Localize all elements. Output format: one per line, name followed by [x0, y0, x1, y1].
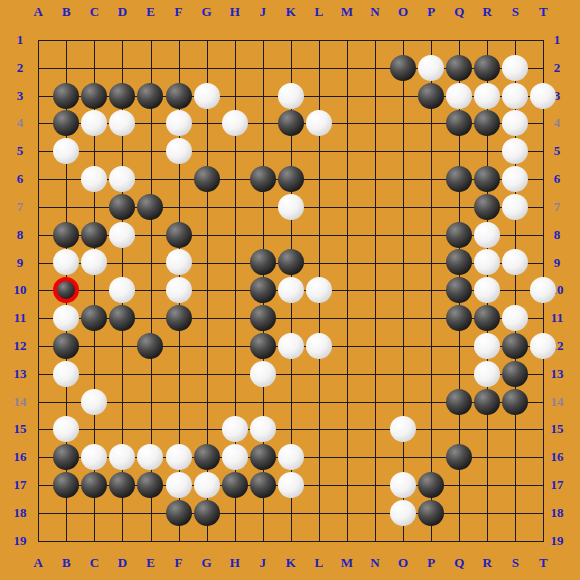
intersection-K3[interactable] [277, 82, 305, 110]
intersection-H15[interactable] [221, 415, 249, 443]
intersection-O14[interactable] [389, 388, 417, 416]
intersection-C4[interactable] [80, 110, 108, 138]
intersection-F19[interactable] [165, 527, 193, 555]
intersection-N7[interactable] [361, 193, 389, 221]
intersection-Q16[interactable] [445, 443, 473, 471]
intersection-F10[interactable] [165, 276, 193, 304]
intersection-G19[interactable] [193, 527, 221, 555]
intersection-T1[interactable] [529, 26, 557, 54]
intersection-G16[interactable] [193, 443, 221, 471]
intersection-Q7[interactable] [445, 193, 473, 221]
intersection-D15[interactable] [108, 415, 136, 443]
intersection-G17[interactable] [193, 471, 221, 499]
intersection-M9[interactable] [333, 249, 361, 277]
intersection-J10[interactable] [249, 276, 277, 304]
intersection-T2[interactable] [529, 54, 557, 82]
intersection-S17[interactable] [501, 471, 529, 499]
intersection-M4[interactable] [333, 110, 361, 138]
intersection-M5[interactable] [333, 137, 361, 165]
intersection-K10[interactable] [277, 276, 305, 304]
intersection-B10[interactable] [52, 276, 80, 304]
intersection-O17[interactable] [389, 471, 417, 499]
intersection-L12[interactable] [305, 332, 333, 360]
intersection-S18[interactable] [501, 499, 529, 527]
intersection-J12[interactable] [249, 332, 277, 360]
intersection-O5[interactable] [389, 137, 417, 165]
intersection-E12[interactable] [136, 332, 164, 360]
intersection-F18[interactable] [165, 499, 193, 527]
intersection-H16[interactable] [221, 443, 249, 471]
intersection-F1[interactable] [165, 26, 193, 54]
intersection-C13[interactable] [80, 360, 108, 388]
intersection-C11[interactable] [80, 304, 108, 332]
intersection-S13[interactable] [501, 360, 529, 388]
intersection-D5[interactable] [108, 137, 136, 165]
intersection-M6[interactable] [333, 165, 361, 193]
intersection-B15[interactable] [52, 415, 80, 443]
intersection-L1[interactable] [305, 26, 333, 54]
intersection-M10[interactable] [333, 276, 361, 304]
intersection-Q5[interactable] [445, 137, 473, 165]
intersection-B17[interactable] [52, 471, 80, 499]
intersection-P1[interactable] [417, 26, 445, 54]
intersection-K15[interactable] [277, 415, 305, 443]
intersection-G13[interactable] [193, 360, 221, 388]
intersection-D6[interactable] [108, 165, 136, 193]
intersection-K13[interactable] [277, 360, 305, 388]
intersection-K14[interactable] [277, 388, 305, 416]
intersection-D4[interactable] [108, 110, 136, 138]
intersection-O9[interactable] [389, 249, 417, 277]
intersection-T4[interactable] [529, 110, 557, 138]
intersection-E3[interactable] [136, 82, 164, 110]
intersection-A7[interactable] [24, 193, 52, 221]
intersection-D16[interactable] [108, 443, 136, 471]
intersection-L4[interactable] [305, 110, 333, 138]
intersection-C14[interactable] [80, 388, 108, 416]
intersection-L2[interactable] [305, 54, 333, 82]
intersection-O18[interactable] [389, 499, 417, 527]
intersection-R2[interactable] [473, 54, 501, 82]
intersection-M17[interactable] [333, 471, 361, 499]
intersection-E14[interactable] [136, 388, 164, 416]
intersection-E18[interactable] [136, 499, 164, 527]
intersection-M18[interactable] [333, 499, 361, 527]
intersection-K8[interactable] [277, 221, 305, 249]
intersection-B7[interactable] [52, 193, 80, 221]
intersection-R12[interactable] [473, 332, 501, 360]
intersection-N17[interactable] [361, 471, 389, 499]
intersection-F3[interactable] [165, 82, 193, 110]
intersection-B11[interactable] [52, 304, 80, 332]
intersection-T5[interactable] [529, 137, 557, 165]
intersection-N15[interactable] [361, 415, 389, 443]
intersection-T19[interactable] [529, 527, 557, 555]
intersection-G18[interactable] [193, 499, 221, 527]
intersection-E13[interactable] [136, 360, 164, 388]
intersection-A6[interactable] [24, 165, 52, 193]
intersection-B13[interactable] [52, 360, 80, 388]
intersection-H4[interactable] [221, 110, 249, 138]
intersection-A17[interactable] [24, 471, 52, 499]
intersection-E17[interactable] [136, 471, 164, 499]
intersection-L19[interactable] [305, 527, 333, 555]
intersection-S8[interactable] [501, 221, 529, 249]
intersection-P11[interactable] [417, 304, 445, 332]
intersection-E19[interactable] [136, 527, 164, 555]
intersection-F13[interactable] [165, 360, 193, 388]
intersection-R7[interactable] [473, 193, 501, 221]
intersection-R14[interactable] [473, 388, 501, 416]
intersection-L7[interactable] [305, 193, 333, 221]
intersection-K1[interactable] [277, 26, 305, 54]
intersection-B5[interactable] [52, 137, 80, 165]
intersection-T16[interactable] [529, 443, 557, 471]
intersection-K19[interactable] [277, 527, 305, 555]
intersection-K2[interactable] [277, 54, 305, 82]
intersection-E16[interactable] [136, 443, 164, 471]
intersection-G1[interactable] [193, 26, 221, 54]
intersection-M16[interactable] [333, 443, 361, 471]
intersection-J13[interactable] [249, 360, 277, 388]
intersection-K17[interactable] [277, 471, 305, 499]
intersection-Q10[interactable] [445, 276, 473, 304]
intersection-H17[interactable] [221, 471, 249, 499]
intersection-Q11[interactable] [445, 304, 473, 332]
intersection-A18[interactable] [24, 499, 52, 527]
intersection-K9[interactable] [277, 249, 305, 277]
intersection-O16[interactable] [389, 443, 417, 471]
intersection-T13[interactable] [529, 360, 557, 388]
intersection-P3[interactable] [417, 82, 445, 110]
intersection-H8[interactable] [221, 221, 249, 249]
intersection-R16[interactable] [473, 443, 501, 471]
intersection-S6[interactable] [501, 165, 529, 193]
intersection-J4[interactable] [249, 110, 277, 138]
intersection-D19[interactable] [108, 527, 136, 555]
intersection-A15[interactable] [24, 415, 52, 443]
intersection-F11[interactable] [165, 304, 193, 332]
intersection-O8[interactable] [389, 221, 417, 249]
intersection-D1[interactable] [108, 26, 136, 54]
intersection-D2[interactable] [108, 54, 136, 82]
intersection-P10[interactable] [417, 276, 445, 304]
intersection-C3[interactable] [80, 82, 108, 110]
intersection-J14[interactable] [249, 388, 277, 416]
intersection-T14[interactable] [529, 388, 557, 416]
intersection-G15[interactable] [193, 415, 221, 443]
intersection-D18[interactable] [108, 499, 136, 527]
intersection-R15[interactable] [473, 415, 501, 443]
intersection-T11[interactable] [529, 304, 557, 332]
intersection-D14[interactable] [108, 388, 136, 416]
intersection-L10[interactable] [305, 276, 333, 304]
intersection-S9[interactable] [501, 249, 529, 277]
intersection-H1[interactable] [221, 26, 249, 54]
intersection-C1[interactable] [80, 26, 108, 54]
intersection-F12[interactable] [165, 332, 193, 360]
intersection-O19[interactable] [389, 527, 417, 555]
intersection-H6[interactable] [221, 165, 249, 193]
intersection-S16[interactable] [501, 443, 529, 471]
intersection-M15[interactable] [333, 415, 361, 443]
intersection-D12[interactable] [108, 332, 136, 360]
intersection-T3[interactable] [529, 82, 557, 110]
intersection-O1[interactable] [389, 26, 417, 54]
intersection-K11[interactable] [277, 304, 305, 332]
intersection-N5[interactable] [361, 137, 389, 165]
intersection-O15[interactable] [389, 415, 417, 443]
intersection-A8[interactable] [24, 221, 52, 249]
intersection-C9[interactable] [80, 249, 108, 277]
intersection-B2[interactable] [52, 54, 80, 82]
intersection-D7[interactable] [108, 193, 136, 221]
intersection-Q19[interactable] [445, 527, 473, 555]
intersection-P2[interactable] [417, 54, 445, 82]
intersection-E5[interactable] [136, 137, 164, 165]
intersection-J11[interactable] [249, 304, 277, 332]
intersection-F14[interactable] [165, 388, 193, 416]
intersection-R8[interactable] [473, 221, 501, 249]
intersection-C2[interactable] [80, 54, 108, 82]
intersection-C17[interactable] [80, 471, 108, 499]
intersection-L9[interactable] [305, 249, 333, 277]
intersection-R3[interactable] [473, 82, 501, 110]
intersection-P14[interactable] [417, 388, 445, 416]
intersection-C19[interactable] [80, 527, 108, 555]
intersection-N6[interactable] [361, 165, 389, 193]
intersection-M8[interactable] [333, 221, 361, 249]
intersection-N9[interactable] [361, 249, 389, 277]
intersection-T8[interactable] [529, 221, 557, 249]
intersection-F7[interactable] [165, 193, 193, 221]
intersection-L18[interactable] [305, 499, 333, 527]
intersection-N3[interactable] [361, 82, 389, 110]
intersection-P8[interactable] [417, 221, 445, 249]
intersection-H19[interactable] [221, 527, 249, 555]
intersection-C15[interactable] [80, 415, 108, 443]
intersection-P9[interactable] [417, 249, 445, 277]
intersection-E4[interactable] [136, 110, 164, 138]
intersection-R1[interactable] [473, 26, 501, 54]
intersection-Q6[interactable] [445, 165, 473, 193]
intersection-J15[interactable] [249, 415, 277, 443]
intersection-B1[interactable] [52, 26, 80, 54]
intersection-Q12[interactable] [445, 332, 473, 360]
intersection-G14[interactable] [193, 388, 221, 416]
intersection-O13[interactable] [389, 360, 417, 388]
intersection-Q8[interactable] [445, 221, 473, 249]
intersection-T6[interactable] [529, 165, 557, 193]
intersection-B9[interactable] [52, 249, 80, 277]
intersection-F8[interactable] [165, 221, 193, 249]
intersection-Q2[interactable] [445, 54, 473, 82]
intersection-H10[interactable] [221, 276, 249, 304]
intersection-L17[interactable] [305, 471, 333, 499]
intersection-L11[interactable] [305, 304, 333, 332]
intersection-A14[interactable] [24, 388, 52, 416]
intersection-F6[interactable] [165, 165, 193, 193]
intersection-S10[interactable] [501, 276, 529, 304]
intersection-J7[interactable] [249, 193, 277, 221]
intersection-L8[interactable] [305, 221, 333, 249]
intersection-G5[interactable] [193, 137, 221, 165]
intersection-A16[interactable] [24, 443, 52, 471]
intersection-R18[interactable] [473, 499, 501, 527]
intersection-D13[interactable] [108, 360, 136, 388]
intersection-C16[interactable] [80, 443, 108, 471]
intersection-R11[interactable] [473, 304, 501, 332]
intersection-L3[interactable] [305, 82, 333, 110]
intersection-P4[interactable] [417, 110, 445, 138]
intersection-D8[interactable] [108, 221, 136, 249]
intersection-F9[interactable] [165, 249, 193, 277]
intersection-O6[interactable] [389, 165, 417, 193]
intersection-Q3[interactable] [445, 82, 473, 110]
intersection-R4[interactable] [473, 110, 501, 138]
intersection-P5[interactable] [417, 137, 445, 165]
intersection-J16[interactable] [249, 443, 277, 471]
intersection-M1[interactable] [333, 26, 361, 54]
intersection-J8[interactable] [249, 221, 277, 249]
intersection-L13[interactable] [305, 360, 333, 388]
intersection-E15[interactable] [136, 415, 164, 443]
intersection-F15[interactable] [165, 415, 193, 443]
intersection-O2[interactable] [389, 54, 417, 82]
intersection-Q14[interactable] [445, 388, 473, 416]
intersection-D9[interactable] [108, 249, 136, 277]
intersection-G10[interactable] [193, 276, 221, 304]
intersection-S3[interactable] [501, 82, 529, 110]
intersection-S4[interactable] [501, 110, 529, 138]
intersection-D11[interactable] [108, 304, 136, 332]
intersection-B3[interactable] [52, 82, 80, 110]
intersection-B14[interactable] [52, 388, 80, 416]
intersection-H14[interactable] [221, 388, 249, 416]
intersection-P19[interactable] [417, 527, 445, 555]
intersection-H13[interactable] [221, 360, 249, 388]
intersection-A4[interactable] [24, 110, 52, 138]
intersection-M12[interactable] [333, 332, 361, 360]
intersection-B12[interactable] [52, 332, 80, 360]
intersection-T17[interactable] [529, 471, 557, 499]
intersection-C7[interactable] [80, 193, 108, 221]
intersection-O11[interactable] [389, 304, 417, 332]
intersection-E9[interactable] [136, 249, 164, 277]
intersection-N4[interactable] [361, 110, 389, 138]
intersection-K4[interactable] [277, 110, 305, 138]
intersection-G12[interactable] [193, 332, 221, 360]
intersection-J5[interactable] [249, 137, 277, 165]
intersection-M13[interactable] [333, 360, 361, 388]
intersection-L6[interactable] [305, 165, 333, 193]
intersection-C12[interactable] [80, 332, 108, 360]
intersection-N19[interactable] [361, 527, 389, 555]
intersection-G2[interactable] [193, 54, 221, 82]
intersection-H7[interactable] [221, 193, 249, 221]
intersection-B4[interactable] [52, 110, 80, 138]
intersection-T18[interactable] [529, 499, 557, 527]
intersection-A9[interactable] [24, 249, 52, 277]
intersection-H9[interactable] [221, 249, 249, 277]
intersection-P15[interactable] [417, 415, 445, 443]
intersection-A1[interactable] [24, 26, 52, 54]
intersection-H12[interactable] [221, 332, 249, 360]
intersection-M2[interactable] [333, 54, 361, 82]
intersection-N13[interactable] [361, 360, 389, 388]
intersection-F5[interactable] [165, 137, 193, 165]
intersection-J2[interactable] [249, 54, 277, 82]
intersection-A2[interactable] [24, 54, 52, 82]
intersection-D17[interactable] [108, 471, 136, 499]
intersection-P18[interactable] [417, 499, 445, 527]
intersection-J18[interactable] [249, 499, 277, 527]
intersection-M14[interactable] [333, 388, 361, 416]
intersection-L5[interactable] [305, 137, 333, 165]
intersection-G3[interactable] [193, 82, 221, 110]
intersection-R13[interactable] [473, 360, 501, 388]
intersection-O7[interactable] [389, 193, 417, 221]
intersection-L16[interactable] [305, 443, 333, 471]
intersection-P16[interactable] [417, 443, 445, 471]
intersection-K7[interactable] [277, 193, 305, 221]
intersection-N10[interactable] [361, 276, 389, 304]
intersection-O12[interactable] [389, 332, 417, 360]
intersection-M3[interactable] [333, 82, 361, 110]
intersection-K18[interactable] [277, 499, 305, 527]
intersection-N12[interactable] [361, 332, 389, 360]
intersection-E11[interactable] [136, 304, 164, 332]
intersection-Q13[interactable] [445, 360, 473, 388]
intersection-C5[interactable] [80, 137, 108, 165]
intersection-N16[interactable] [361, 443, 389, 471]
intersection-N8[interactable] [361, 221, 389, 249]
intersection-C6[interactable] [80, 165, 108, 193]
intersection-N2[interactable] [361, 54, 389, 82]
intersection-N18[interactable] [361, 499, 389, 527]
intersection-S11[interactable] [501, 304, 529, 332]
intersection-H11[interactable] [221, 304, 249, 332]
intersection-B8[interactable] [52, 221, 80, 249]
intersection-Q17[interactable] [445, 471, 473, 499]
intersection-Q4[interactable] [445, 110, 473, 138]
intersection-S15[interactable] [501, 415, 529, 443]
intersection-G11[interactable] [193, 304, 221, 332]
intersection-P7[interactable] [417, 193, 445, 221]
intersection-A5[interactable] [24, 137, 52, 165]
intersection-O3[interactable] [389, 82, 417, 110]
intersection-P17[interactable] [417, 471, 445, 499]
intersection-Q18[interactable] [445, 499, 473, 527]
intersection-P13[interactable] [417, 360, 445, 388]
intersection-E2[interactable] [136, 54, 164, 82]
intersection-T12[interactable] [529, 332, 557, 360]
intersection-G7[interactable] [193, 193, 221, 221]
intersection-P6[interactable] [417, 165, 445, 193]
intersection-H5[interactable] [221, 137, 249, 165]
intersection-R5[interactable] [473, 137, 501, 165]
intersection-L14[interactable] [305, 388, 333, 416]
intersection-S19[interactable] [501, 527, 529, 555]
intersection-Q1[interactable] [445, 26, 473, 54]
intersection-K6[interactable] [277, 165, 305, 193]
intersection-A13[interactable] [24, 360, 52, 388]
intersection-E6[interactable] [136, 165, 164, 193]
intersection-Q9[interactable] [445, 249, 473, 277]
intersection-C18[interactable] [80, 499, 108, 527]
intersection-N1[interactable] [361, 26, 389, 54]
intersection-E7[interactable] [136, 193, 164, 221]
